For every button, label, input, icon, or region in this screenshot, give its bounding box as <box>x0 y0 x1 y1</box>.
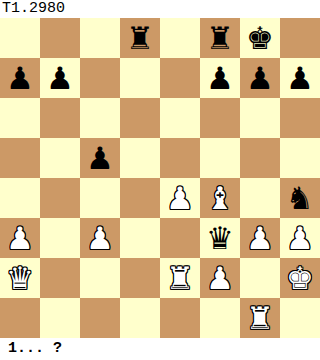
chess-board: ♜♜♚♟♟♟♟♟♟♟♝♞♟♟♛♟♟♛♜♟♚♜ <box>0 18 320 338</box>
chess-tactics-app: T1.2980 ♜♜♚♟♟♟♟♟♟♟♝♞♟♟♛♟♟♛♜♟♚♜ 1... ? <box>0 0 320 360</box>
piece-white-pawn[interactable]: ♟ <box>246 218 274 258</box>
square-a8[interactable] <box>0 18 40 58</box>
square-b1[interactable] <box>40 298 80 338</box>
square-c5[interactable]: ♟ <box>80 138 120 178</box>
square-e5[interactable] <box>160 138 200 178</box>
puzzle-id: T1.2980 <box>0 0 320 18</box>
move-prompt: 1... ? <box>0 338 320 360</box>
piece-white-pawn[interactable]: ♟ <box>166 178 194 218</box>
piece-white-pawn[interactable]: ♟ <box>206 258 234 298</box>
square-e3[interactable] <box>160 218 200 258</box>
piece-white-queen[interactable]: ♛ <box>6 258 34 298</box>
square-f3[interactable]: ♛ <box>200 218 240 258</box>
square-a6[interactable] <box>0 98 40 138</box>
piece-black-pawn[interactable]: ♟ <box>246 58 274 98</box>
piece-black-pawn[interactable]: ♟ <box>6 58 34 98</box>
square-h6[interactable] <box>280 98 320 138</box>
square-g4[interactable] <box>240 178 280 218</box>
square-d2[interactable] <box>120 258 160 298</box>
square-g8[interactable]: ♚ <box>240 18 280 58</box>
square-e8[interactable] <box>160 18 200 58</box>
piece-black-king[interactable]: ♚ <box>246 18 274 58</box>
square-h4[interactable]: ♞ <box>280 178 320 218</box>
square-e4[interactable]: ♟ <box>160 178 200 218</box>
square-h5[interactable] <box>280 138 320 178</box>
square-d5[interactable] <box>120 138 160 178</box>
square-e2[interactable]: ♜ <box>160 258 200 298</box>
piece-black-pawn[interactable]: ♟ <box>46 58 74 98</box>
square-g6[interactable] <box>240 98 280 138</box>
square-g3[interactable]: ♟ <box>240 218 280 258</box>
piece-black-rook[interactable]: ♜ <box>126 18 154 58</box>
square-c1[interactable] <box>80 298 120 338</box>
square-b5[interactable] <box>40 138 80 178</box>
piece-black-rook[interactable]: ♜ <box>206 18 234 58</box>
piece-white-rook[interactable]: ♜ <box>246 298 274 338</box>
square-h3[interactable]: ♟ <box>280 218 320 258</box>
square-g5[interactable] <box>240 138 280 178</box>
square-a5[interactable] <box>0 138 40 178</box>
square-h7[interactable]: ♟ <box>280 58 320 98</box>
square-e6[interactable] <box>160 98 200 138</box>
piece-black-pawn[interactable]: ♟ <box>206 58 234 98</box>
square-f6[interactable] <box>200 98 240 138</box>
square-c4[interactable] <box>80 178 120 218</box>
square-a4[interactable] <box>0 178 40 218</box>
square-h8[interactable] <box>280 18 320 58</box>
square-c7[interactable] <box>80 58 120 98</box>
square-h1[interactable] <box>280 298 320 338</box>
piece-white-bishop[interactable]: ♝ <box>206 178 234 218</box>
square-d7[interactable] <box>120 58 160 98</box>
square-e1[interactable] <box>160 298 200 338</box>
square-h2[interactable]: ♚ <box>280 258 320 298</box>
square-g1[interactable]: ♜ <box>240 298 280 338</box>
square-f1[interactable] <box>200 298 240 338</box>
square-a2[interactable]: ♛ <box>0 258 40 298</box>
piece-white-pawn[interactable]: ♟ <box>86 218 114 258</box>
square-b6[interactable] <box>40 98 80 138</box>
square-a3[interactable]: ♟ <box>0 218 40 258</box>
square-b4[interactable] <box>40 178 80 218</box>
square-f7[interactable]: ♟ <box>200 58 240 98</box>
piece-white-king[interactable]: ♚ <box>286 258 314 298</box>
square-g2[interactable] <box>240 258 280 298</box>
square-g7[interactable]: ♟ <box>240 58 280 98</box>
square-c6[interactable] <box>80 98 120 138</box>
square-f5[interactable] <box>200 138 240 178</box>
piece-black-pawn[interactable]: ♟ <box>286 58 314 98</box>
square-d8[interactable]: ♜ <box>120 18 160 58</box>
square-b7[interactable]: ♟ <box>40 58 80 98</box>
square-c2[interactable] <box>80 258 120 298</box>
piece-white-rook[interactable]: ♜ <box>166 258 194 298</box>
square-c3[interactable]: ♟ <box>80 218 120 258</box>
square-d4[interactable] <box>120 178 160 218</box>
square-b2[interactable] <box>40 258 80 298</box>
square-e7[interactable] <box>160 58 200 98</box>
square-f8[interactable]: ♜ <box>200 18 240 58</box>
square-c8[interactable] <box>80 18 120 58</box>
square-a1[interactable] <box>0 298 40 338</box>
square-f4[interactable]: ♝ <box>200 178 240 218</box>
piece-black-knight[interactable]: ♞ <box>286 178 314 218</box>
piece-white-pawn[interactable]: ♟ <box>286 218 314 258</box>
square-b3[interactable] <box>40 218 80 258</box>
square-d1[interactable] <box>120 298 160 338</box>
piece-black-pawn[interactable]: ♟ <box>86 138 114 178</box>
square-f2[interactable]: ♟ <box>200 258 240 298</box>
square-d6[interactable] <box>120 98 160 138</box>
square-a7[interactable]: ♟ <box>0 58 40 98</box>
square-d3[interactable] <box>120 218 160 258</box>
square-b8[interactable] <box>40 18 80 58</box>
piece-white-pawn[interactable]: ♟ <box>6 218 34 258</box>
piece-black-queen[interactable]: ♛ <box>206 218 234 258</box>
